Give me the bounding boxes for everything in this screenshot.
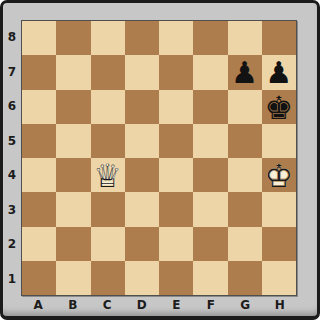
- square-f4: [193, 158, 227, 192]
- rank-label-5: 5: [3, 124, 21, 159]
- square-h2: [262, 227, 296, 261]
- white-queen-outline: ♕: [93, 160, 122, 192]
- file-label-b: B: [56, 296, 91, 314]
- square-a8: [22, 21, 56, 55]
- black-pawn: ♟: [262, 55, 296, 89]
- black-pawn-glyph: ♟: [231, 58, 258, 88]
- white-king: ♚♔: [262, 158, 296, 192]
- square-c1: [91, 261, 125, 295]
- square-e3: [159, 192, 193, 226]
- rank-label-2: 2: [3, 227, 21, 262]
- rank-label-6: 6: [3, 89, 21, 124]
- square-e5: [159, 124, 193, 158]
- square-c8: [91, 21, 125, 55]
- square-d2: [125, 227, 159, 261]
- square-g1: [228, 261, 262, 295]
- black-king: ♚: [262, 90, 296, 124]
- square-a2: [22, 227, 56, 261]
- board: ♟♟♚♛♕♚♔: [21, 20, 297, 296]
- file-label-h: H: [263, 296, 298, 314]
- square-e7: [159, 55, 193, 89]
- square-a5: [22, 124, 56, 158]
- white-king-outline: ♔: [265, 160, 294, 192]
- square-d8: [125, 21, 159, 55]
- square-g8: [228, 21, 262, 55]
- square-b7: [56, 55, 90, 89]
- square-d6: [125, 90, 159, 124]
- square-e6: [159, 90, 193, 124]
- square-e1: [159, 261, 193, 295]
- square-a7: [22, 55, 56, 89]
- rank-label-3: 3: [3, 193, 21, 228]
- square-b8: [56, 21, 90, 55]
- square-b2: [56, 227, 90, 261]
- square-f1: [193, 261, 227, 295]
- square-e4: [159, 158, 193, 192]
- square-h7: ♟: [262, 55, 296, 89]
- square-f7: [193, 55, 227, 89]
- file-labels: A B C D E F G H: [21, 296, 297, 314]
- rank-labels: 8 7 6 5 4 3 2 1: [3, 20, 21, 296]
- square-b5: [56, 124, 90, 158]
- square-c6: [91, 90, 125, 124]
- square-g6: [228, 90, 262, 124]
- square-f5: [193, 124, 227, 158]
- black-pawn-glyph: ♟: [265, 58, 292, 88]
- file-label-c: C: [90, 296, 125, 314]
- file-label-e: E: [159, 296, 194, 314]
- square-a1: [22, 261, 56, 295]
- square-d3: [125, 192, 159, 226]
- square-d5: [125, 124, 159, 158]
- square-b3: [56, 192, 90, 226]
- square-a3: [22, 192, 56, 226]
- rank-label-4: 4: [3, 158, 21, 193]
- square-h6: ♚: [262, 90, 296, 124]
- square-d7: [125, 55, 159, 89]
- rank-label-1: 1: [3, 262, 21, 297]
- square-d4: [125, 158, 159, 192]
- square-h8: [262, 21, 296, 55]
- square-c3: [91, 192, 125, 226]
- square-c5: [91, 124, 125, 158]
- file-label-g: G: [228, 296, 263, 314]
- square-g5: [228, 124, 262, 158]
- square-g4: [228, 158, 262, 192]
- square-b1: [56, 261, 90, 295]
- file-label-f: F: [194, 296, 229, 314]
- rank-label-8: 8: [3, 20, 21, 55]
- square-g3: [228, 192, 262, 226]
- black-pawn: ♟: [228, 55, 262, 89]
- file-label-d: D: [125, 296, 160, 314]
- rank-label-7: 7: [3, 55, 21, 90]
- square-g7: ♟: [228, 55, 262, 89]
- square-f3: [193, 192, 227, 226]
- square-h1: [262, 261, 296, 295]
- square-f8: [193, 21, 227, 55]
- square-f6: [193, 90, 227, 124]
- square-a6: [22, 90, 56, 124]
- white-queen: ♛♕: [91, 158, 125, 192]
- square-c2: [91, 227, 125, 261]
- square-e8: [159, 21, 193, 55]
- square-h5: [262, 124, 296, 158]
- chess-diagram: 8 7 6 5 4 3 2 1 ♟♟♚♛♕♚♔ A B C D E F G H: [0, 0, 320, 320]
- file-label-a: A: [21, 296, 56, 314]
- square-h3: [262, 192, 296, 226]
- square-b4: [56, 158, 90, 192]
- square-d1: [125, 261, 159, 295]
- square-e2: [159, 227, 193, 261]
- square-b6: [56, 90, 90, 124]
- square-c4: ♛♕: [91, 158, 125, 192]
- black-king-glyph: ♚: [265, 92, 294, 124]
- square-c7: [91, 55, 125, 89]
- square-h4: ♚♔: [262, 158, 296, 192]
- square-a4: [22, 158, 56, 192]
- square-f2: [193, 227, 227, 261]
- square-g2: [228, 227, 262, 261]
